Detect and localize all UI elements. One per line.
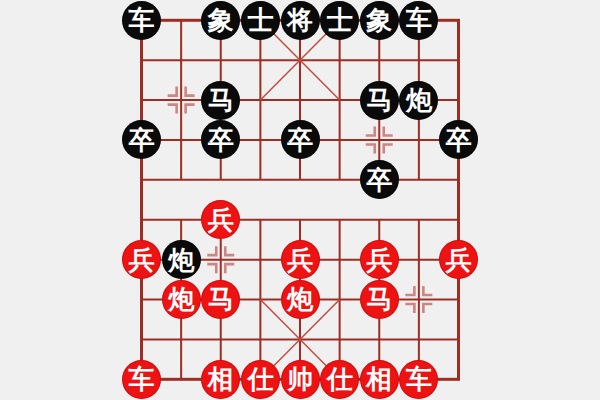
piece-black-horse[interactable]: 马 <box>360 81 399 120</box>
piece-red-horse[interactable]: 马 <box>360 280 399 319</box>
piece-black-horse[interactable]: 马 <box>201 81 240 120</box>
piece-black-soldier[interactable]: 卒 <box>201 120 240 159</box>
piece-red-cannon[interactable]: 炮 <box>281 280 320 319</box>
piece-red-advisor[interactable]: 仕 <box>320 360 359 399</box>
xiangqi-app: 车象士将士象车马马炮卒卒卒卒卒炮兵兵兵兵兵炮马炮马车相仕帅仕相车 <box>0 0 600 400</box>
piece-black-king[interactable]: 将 <box>281 1 320 40</box>
piece-black-cannon[interactable]: 炮 <box>399 81 438 120</box>
piece-black-soldier[interactable]: 卒 <box>360 160 399 199</box>
piece-red-soldier[interactable]: 兵 <box>122 240 161 279</box>
piece-black-elephant[interactable]: 象 <box>201 1 240 40</box>
piece-red-soldier[interactable]: 兵 <box>201 200 240 239</box>
piece-black-chariot[interactable]: 车 <box>122 1 161 40</box>
piece-red-elephant[interactable]: 相 <box>360 360 399 399</box>
piece-black-soldier[interactable]: 卒 <box>122 120 161 159</box>
piece-red-horse[interactable]: 马 <box>201 280 240 319</box>
piece-red-king[interactable]: 帅 <box>281 360 320 399</box>
piece-red-chariot[interactable]: 车 <box>399 360 438 399</box>
piece-red-soldier[interactable]: 兵 <box>360 240 399 279</box>
piece-red-chariot[interactable]: 车 <box>122 360 161 399</box>
piece-red-soldier[interactable]: 兵 <box>281 240 320 279</box>
piece-black-cannon[interactable]: 炮 <box>162 240 201 279</box>
piece-black-soldier[interactable]: 卒 <box>439 120 478 159</box>
piece-red-elephant[interactable]: 相 <box>201 360 240 399</box>
piece-red-advisor[interactable]: 仕 <box>241 360 280 399</box>
piece-red-soldier[interactable]: 兵 <box>439 240 478 279</box>
xiangqi-board: 车象士将士象车马马炮卒卒卒卒卒炮兵兵兵兵兵炮马炮马车相仕帅仕相车 <box>122 0 479 399</box>
piece-black-chariot[interactable]: 车 <box>399 1 438 40</box>
piece-red-cannon[interactable]: 炮 <box>162 280 201 319</box>
piece-black-advisor[interactable]: 士 <box>320 1 359 40</box>
piece-black-soldier[interactable]: 卒 <box>281 120 320 159</box>
piece-black-elephant[interactable]: 象 <box>360 1 399 40</box>
piece-black-advisor[interactable]: 士 <box>241 1 280 40</box>
